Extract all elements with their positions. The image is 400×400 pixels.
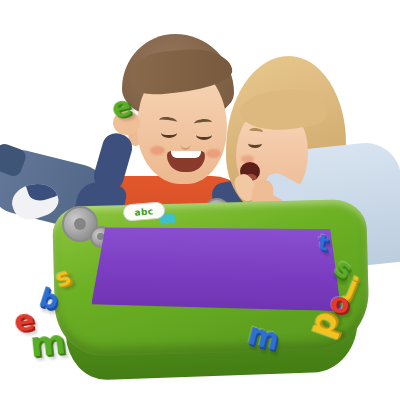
letter-piece-m-scattered[interactable]: m bbox=[28, 324, 67, 362]
photo-scene: abc oahnkfacsjdatuvwxsme♥onb sbemmtsjope bbox=[0, 0, 400, 400]
boy-eye-closed bbox=[196, 130, 212, 140]
boy-eye-closed bbox=[161, 128, 177, 138]
boy-cheek bbox=[150, 146, 165, 155]
boy-nose bbox=[180, 138, 191, 150]
girl-eye-closed bbox=[248, 139, 262, 148]
boy-cheek bbox=[206, 149, 221, 158]
letter-board: oahnkfacsjdatuvwxsme♥onb bbox=[91, 225, 342, 311]
